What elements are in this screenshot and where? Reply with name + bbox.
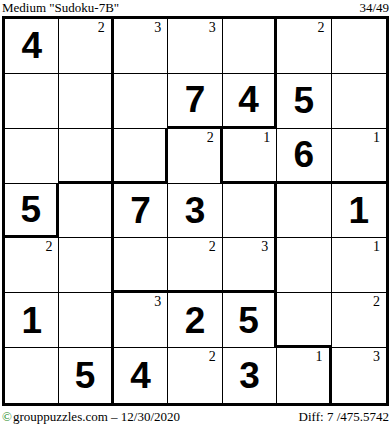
given-digit: 7 xyxy=(185,81,206,118)
cell-r2c4[interactable]: 7 xyxy=(168,74,222,129)
pencil-mark: 3 xyxy=(154,294,161,309)
cell-r1c4[interactable]: 3 xyxy=(168,19,222,74)
difficulty-label: Diff: 7 /475.5742 xyxy=(299,409,389,425)
given-digit: 5 xyxy=(20,191,41,228)
given-digit: 3 xyxy=(239,357,260,394)
pencil-mark: 1 xyxy=(316,349,323,364)
pencil-mark: 3 xyxy=(209,20,216,35)
pencil-mark: 2 xyxy=(209,349,216,364)
given-digit: 5 xyxy=(75,357,96,394)
cell-r2c5[interactable]: 4 xyxy=(223,74,277,129)
cell-r4c1[interactable]: 5 xyxy=(5,184,59,239)
page-header: Medium "Sudoku-7B" 34/49 xyxy=(2,0,389,15)
cell-r5c2[interactable] xyxy=(59,238,113,293)
cell-r7c7[interactable]: 3 xyxy=(332,348,386,403)
cell-r3c7[interactable]: 1 xyxy=(332,129,386,184)
given-digit: 3 xyxy=(185,192,206,229)
given-digit: 1 xyxy=(348,192,369,229)
pencil-mark: 2 xyxy=(45,239,52,254)
copyright-text: grouppuzzles.com – 12/30/2020 xyxy=(13,409,180,424)
cell-r6c2[interactable] xyxy=(59,293,113,348)
cell-r7c6[interactable]: 1 xyxy=(277,348,331,403)
progress-counter: 34/49 xyxy=(359,0,389,16)
cell-r6c1[interactable]: 1 xyxy=(5,293,59,348)
cell-r5c6[interactable] xyxy=(277,238,331,293)
cell-r1c5[interactable] xyxy=(223,19,277,74)
given-digit: 5 xyxy=(294,82,315,119)
cell-r4c3[interactable]: 7 xyxy=(114,184,168,239)
cell-r3c4[interactable]: 2 xyxy=(168,129,222,184)
given-digit: 4 xyxy=(21,27,42,64)
cell-r5c4[interactable]: 2 xyxy=(168,238,222,293)
given-digit: 6 xyxy=(294,136,315,173)
cell-r2c1[interactable] xyxy=(5,74,59,129)
pencil-mark: 3 xyxy=(261,239,268,254)
page-footer: ©grouppuzzles.com – 12/30/2020 Diff: 7 /… xyxy=(2,409,389,425)
cell-r1c7[interactable] xyxy=(332,19,386,74)
pencil-mark: 2 xyxy=(207,130,214,145)
cell-r1c3[interactable]: 3 xyxy=(114,19,168,74)
cell-r2c3[interactable] xyxy=(114,74,168,129)
given-digit: 5 xyxy=(238,302,259,339)
pencil-mark: 2 xyxy=(98,20,105,35)
cell-r3c2[interactable] xyxy=(59,129,113,184)
cell-r4c7[interactable]: 1 xyxy=(332,184,386,239)
cell-r3c5[interactable]: 1 xyxy=(223,129,277,184)
cell-r4c2[interactable] xyxy=(59,184,113,239)
cell-r6c5[interactable]: 5 xyxy=(223,293,277,348)
cell-r5c5[interactable]: 3 xyxy=(223,238,277,293)
cell-r5c1[interactable]: 2 xyxy=(5,238,59,293)
cell-r3c6[interactable]: 6 xyxy=(277,129,331,184)
cell-r4c5[interactable] xyxy=(223,184,277,239)
cell-r7c5[interactable]: 3 xyxy=(223,348,277,403)
cell-r6c6[interactable] xyxy=(277,293,331,348)
cell-r1c1[interactable]: 4 xyxy=(5,19,59,74)
given-digit: 1 xyxy=(21,302,42,339)
puzzle-title: Medium "Sudoku-7B" xyxy=(2,0,119,16)
pencil-mark: 3 xyxy=(154,20,161,35)
cell-r3c3[interactable] xyxy=(114,129,168,184)
cell-r6c7[interactable]: 2 xyxy=(332,293,386,348)
cell-r6c3[interactable]: 3 xyxy=(114,293,168,348)
pencil-mark: 2 xyxy=(209,239,216,254)
cell-r2c6[interactable]: 5 xyxy=(277,74,331,129)
pencil-mark: 1 xyxy=(373,239,380,254)
copyright-line: ©grouppuzzles.com – 12/30/2020 xyxy=(2,409,180,425)
cell-r4c4[interactable]: 3 xyxy=(168,184,222,239)
cell-r7c1[interactable] xyxy=(5,348,59,403)
cell-r7c4[interactable]: 2 xyxy=(168,348,222,403)
copyright-icon: © xyxy=(2,409,12,424)
cell-r5c3[interactable] xyxy=(114,238,168,293)
cell-r1c2[interactable]: 2 xyxy=(59,19,113,74)
given-digit: 7 xyxy=(130,192,151,229)
cell-r4c6[interactable] xyxy=(277,184,331,239)
cell-r1c6[interactable]: 2 xyxy=(277,19,331,74)
cell-r7c2[interactable]: 5 xyxy=(59,348,113,403)
pencil-mark: 2 xyxy=(318,20,325,35)
given-digit: 4 xyxy=(238,81,259,118)
sudoku-board: 4233274521615731223113252542313 xyxy=(2,16,389,406)
cell-r5c7[interactable]: 1 xyxy=(332,238,386,293)
cell-r2c7[interactable] xyxy=(332,74,386,129)
cell-r7c3[interactable]: 4 xyxy=(114,348,168,403)
cell-r6c4[interactable]: 2 xyxy=(168,293,222,348)
pencil-mark: 2 xyxy=(373,294,380,309)
given-digit: 4 xyxy=(130,357,151,394)
pencil-mark: 1 xyxy=(263,130,270,145)
cell-r2c2[interactable] xyxy=(59,74,113,129)
pencil-mark: 3 xyxy=(373,349,380,364)
pencil-mark: 1 xyxy=(373,130,380,145)
cell-r3c1[interactable] xyxy=(5,129,59,184)
given-digit: 2 xyxy=(185,302,206,339)
